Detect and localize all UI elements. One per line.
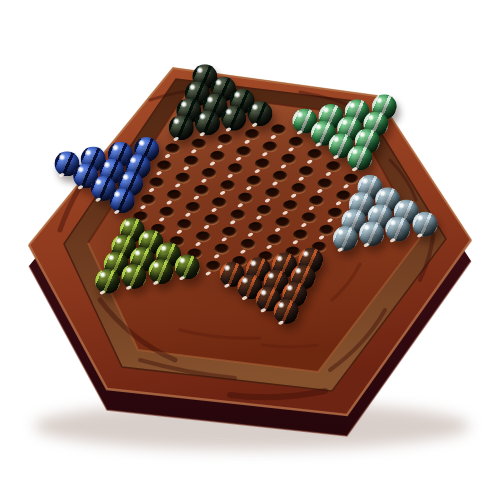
hole[interactable] [415, 222, 433, 235]
hole[interactable] [198, 120, 216, 133]
hole[interactable] [288, 136, 306, 149]
hole[interactable] [265, 233, 283, 246]
hole[interactable] [219, 179, 237, 192]
marble-green[interactable] [347, 146, 372, 171]
marble-yellow-green[interactable] [148, 259, 173, 284]
hole[interactable] [225, 116, 243, 129]
hole[interactable] [156, 159, 174, 172]
hole[interactable] [210, 196, 228, 209]
hole[interactable] [271, 170, 289, 183]
marble-black[interactable] [248, 101, 273, 126]
hole[interactable] [324, 160, 342, 173]
marble-black[interactable] [195, 111, 220, 136]
hole[interactable] [172, 125, 190, 138]
hole[interactable] [221, 226, 239, 239]
hole[interactable] [273, 216, 291, 229]
hole[interactable] [237, 191, 255, 204]
hole[interactable] [279, 153, 297, 166]
hole[interactable] [229, 209, 247, 222]
marble-black[interactable] [168, 115, 193, 140]
hole[interactable] [174, 172, 192, 185]
hole[interactable] [316, 177, 334, 190]
hole[interactable] [255, 204, 273, 217]
hole[interactable] [251, 111, 269, 124]
hole[interactable] [148, 176, 166, 189]
hole[interactable] [190, 138, 208, 151]
hole[interactable] [202, 213, 220, 226]
marble-yellow-green[interactable] [95, 269, 120, 294]
marble-gray[interactable] [412, 212, 437, 237]
hole[interactable] [350, 155, 368, 168]
hole[interactable] [363, 231, 381, 244]
marble-gray[interactable] [333, 226, 358, 251]
hole[interactable] [213, 243, 231, 256]
hole[interactable] [182, 155, 200, 168]
marble-yellow-green[interactable] [175, 254, 200, 279]
marble-gray[interactable] [359, 221, 384, 246]
hole[interactable] [227, 162, 245, 175]
marble-yellow-green[interactable] [122, 264, 147, 289]
hole[interactable] [192, 184, 210, 197]
hole[interactable] [178, 264, 196, 277]
hole[interactable] [243, 128, 261, 141]
hole[interactable] [239, 238, 257, 251]
hole[interactable] [298, 165, 316, 178]
marble-blue[interactable] [110, 188, 135, 213]
hole[interactable] [245, 174, 263, 187]
chinese-checkers-board-photo [0, 0, 500, 500]
hole[interactable] [99, 279, 117, 292]
hole[interactable] [152, 269, 170, 282]
hole[interactable] [217, 133, 235, 146]
hole[interactable] [184, 201, 202, 214]
hole[interactable] [290, 182, 308, 195]
hole[interactable] [269, 123, 287, 136]
hole[interactable] [164, 142, 182, 155]
hole[interactable] [125, 274, 143, 287]
hole[interactable] [306, 148, 324, 161]
hole[interactable] [336, 236, 354, 249]
hole[interactable] [253, 157, 271, 170]
hole[interactable] [389, 226, 407, 239]
hole[interactable] [281, 199, 299, 212]
hole[interactable] [235, 145, 253, 158]
hole[interactable] [113, 198, 131, 211]
hole[interactable] [176, 218, 194, 231]
hole[interactable] [261, 140, 279, 153]
hole[interactable] [158, 206, 176, 219]
hole[interactable] [263, 187, 281, 200]
marble-red-black[interactable] [274, 299, 299, 324]
hole[interactable] [194, 230, 212, 243]
hole[interactable] [200, 167, 218, 180]
marble-black[interactable] [221, 106, 246, 131]
hole[interactable] [139, 193, 157, 206]
marble-gray[interactable] [386, 217, 411, 242]
hole[interactable] [277, 309, 295, 322]
hole[interactable] [292, 228, 310, 241]
hole[interactable] [166, 189, 184, 202]
hole[interactable] [308, 194, 326, 207]
hole[interactable] [300, 211, 318, 224]
hole[interactable] [208, 150, 226, 163]
hole[interactable] [247, 221, 265, 234]
